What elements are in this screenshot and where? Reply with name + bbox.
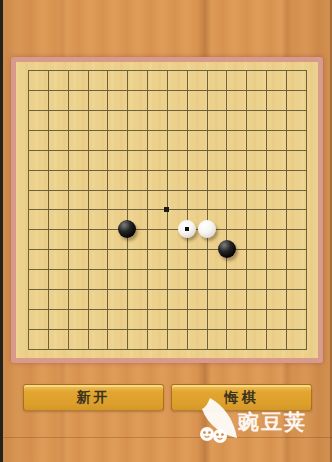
board-cell[interactable] xyxy=(167,150,187,170)
board-cell[interactable] xyxy=(266,110,286,130)
board-cell[interactable] xyxy=(28,309,48,329)
board-cell[interactable] xyxy=(246,190,266,210)
board-cell[interactable] xyxy=(167,269,187,289)
board-cell[interactable] xyxy=(187,329,207,349)
star-point xyxy=(164,207,169,212)
board-cell[interactable] xyxy=(246,309,266,329)
board-cell[interactable] xyxy=(226,269,246,289)
board-cell[interactable] xyxy=(286,130,306,150)
board-cell[interactable] xyxy=(48,289,68,309)
board-cell[interactable] xyxy=(88,269,108,289)
game-board[interactable] xyxy=(11,57,323,363)
black-stone xyxy=(218,240,236,258)
board-cell[interactable] xyxy=(246,130,266,150)
board-cell[interactable] xyxy=(226,70,246,90)
board-cell[interactable] xyxy=(167,329,187,349)
board-cell[interactable] xyxy=(48,110,68,130)
board-cell[interactable] xyxy=(167,190,187,210)
board-cell[interactable] xyxy=(226,309,246,329)
board-cell[interactable] xyxy=(28,209,48,229)
board-cell[interactable] xyxy=(207,309,227,329)
board-cell[interactable] xyxy=(88,229,108,249)
board-cell[interactable] xyxy=(187,309,207,329)
board-cell[interactable] xyxy=(226,329,246,349)
board-cell[interactable] xyxy=(147,170,167,190)
board-cell[interactable] xyxy=(266,249,286,269)
board-cell[interactable] xyxy=(207,269,227,289)
board-cell[interactable] xyxy=(107,90,127,110)
board-cell[interactable] xyxy=(167,309,187,329)
board-cell[interactable] xyxy=(167,249,187,269)
board-cell[interactable] xyxy=(286,309,306,329)
board-cell[interactable] xyxy=(88,329,108,349)
board-cell[interactable] xyxy=(107,170,127,190)
board-cell[interactable] xyxy=(167,170,187,190)
board-cell[interactable] xyxy=(68,329,88,349)
board-cell[interactable] xyxy=(48,329,68,349)
board-cell[interactable] xyxy=(28,229,48,249)
board-cell[interactable] xyxy=(147,130,167,150)
board-cell[interactable] xyxy=(266,229,286,249)
board-cell[interactable] xyxy=(88,309,108,329)
board-cell[interactable] xyxy=(187,150,207,170)
board-cell[interactable] xyxy=(266,170,286,190)
board-cell[interactable] xyxy=(48,209,68,229)
board-cell[interactable] xyxy=(167,130,187,150)
board-cell[interactable] xyxy=(286,150,306,170)
board-cell[interactable] xyxy=(167,90,187,110)
board-cell[interactable] xyxy=(167,70,187,90)
board-cell[interactable] xyxy=(127,190,147,210)
board-cell[interactable] xyxy=(48,90,68,110)
board-cell[interactable] xyxy=(68,309,88,329)
board-cell[interactable] xyxy=(107,150,127,170)
board-cell[interactable] xyxy=(207,289,227,309)
board-cell[interactable] xyxy=(147,289,167,309)
board-cell[interactable] xyxy=(207,110,227,130)
board-cell[interactable] xyxy=(226,289,246,309)
board-cell[interactable] xyxy=(28,170,48,190)
board-cell[interactable] xyxy=(226,110,246,130)
board-cell[interactable] xyxy=(147,269,167,289)
board-cell[interactable] xyxy=(107,70,127,90)
board-cell[interactable] xyxy=(88,90,108,110)
board-cell[interactable] xyxy=(68,269,88,289)
board-cell[interactable] xyxy=(226,130,246,150)
board-cell[interactable] xyxy=(107,269,127,289)
board-cell[interactable] xyxy=(28,329,48,349)
board-cell[interactable] xyxy=(68,150,88,170)
board-cell[interactable] xyxy=(286,209,306,229)
board-cell[interactable] xyxy=(88,190,108,210)
board-cell[interactable] xyxy=(226,209,246,229)
board-cell[interactable] xyxy=(266,209,286,229)
board-cell[interactable] xyxy=(246,209,266,229)
board-cell[interactable] xyxy=(88,289,108,309)
board-cell[interactable] xyxy=(207,190,227,210)
board-cell[interactable] xyxy=(187,269,207,289)
board-cell[interactable] xyxy=(286,249,306,269)
board-cell[interactable] xyxy=(88,130,108,150)
board-cell[interactable] xyxy=(286,269,306,289)
board-cell[interactable] xyxy=(266,70,286,90)
board-cell[interactable] xyxy=(207,90,227,110)
board-cell[interactable] xyxy=(266,190,286,210)
board-cell[interactable] xyxy=(226,170,246,190)
board-cell[interactable] xyxy=(127,170,147,190)
new-game-button[interactable]: 新开 xyxy=(23,384,164,411)
board-cell[interactable] xyxy=(127,70,147,90)
board-cell[interactable] xyxy=(286,329,306,349)
board-cell[interactable] xyxy=(28,70,48,90)
board-cell[interactable] xyxy=(286,170,306,190)
board-cell[interactable] xyxy=(266,269,286,289)
board-cell[interactable] xyxy=(187,289,207,309)
board-cell[interactable] xyxy=(88,110,108,130)
board-cell[interactable] xyxy=(246,170,266,190)
board-cell[interactable] xyxy=(48,269,68,289)
board-cell[interactable] xyxy=(127,90,147,110)
screen-left-edge xyxy=(0,0,3,462)
board-cell[interactable] xyxy=(88,249,108,269)
board-cell[interactable] xyxy=(68,170,88,190)
last-move-marker xyxy=(185,227,189,231)
board-cell[interactable] xyxy=(68,229,88,249)
board-cell[interactable] xyxy=(246,229,266,249)
board-cell[interactable] xyxy=(207,70,227,90)
board-cell[interactable] xyxy=(207,150,227,170)
board-cell[interactable] xyxy=(147,309,167,329)
board-cell[interactable] xyxy=(68,289,88,309)
board-cell[interactable] xyxy=(207,130,227,150)
board-cell[interactable] xyxy=(147,70,167,90)
board-cell[interactable] xyxy=(187,110,207,130)
board-cell[interactable] xyxy=(88,150,108,170)
board-cell[interactable] xyxy=(187,70,207,90)
board-cell[interactable] xyxy=(266,130,286,150)
board-cell[interactable] xyxy=(127,269,147,289)
board-cell[interactable] xyxy=(107,130,127,150)
board-cell[interactable] xyxy=(266,90,286,110)
board-cell[interactable] xyxy=(48,170,68,190)
board-cell[interactable] xyxy=(28,269,48,289)
board-cell[interactable] xyxy=(266,150,286,170)
board-cell[interactable] xyxy=(48,150,68,170)
board-cell[interactable] xyxy=(68,249,88,269)
board-cell[interactable] xyxy=(226,190,246,210)
board-cell[interactable] xyxy=(147,150,167,170)
board-cell[interactable] xyxy=(187,170,207,190)
board-cell[interactable] xyxy=(48,229,68,249)
board-cell[interactable] xyxy=(127,329,147,349)
undo-move-button-label: 悔棋 xyxy=(225,389,259,407)
board-cell[interactable] xyxy=(127,309,147,329)
board-cell[interactable] xyxy=(28,90,48,110)
board-cell[interactable] xyxy=(48,190,68,210)
board-cell[interactable] xyxy=(286,110,306,130)
board-cell[interactable] xyxy=(226,90,246,110)
board-cell[interactable] xyxy=(147,229,167,249)
board-cell[interactable] xyxy=(28,150,48,170)
wood-seam-line xyxy=(0,437,332,438)
board-cell[interactable] xyxy=(246,329,266,349)
board-cell[interactable] xyxy=(246,90,266,110)
board-cell[interactable] xyxy=(68,190,88,210)
undo-move-button[interactable]: 悔棋 xyxy=(171,384,312,411)
board-cell[interactable] xyxy=(187,130,207,150)
board-cell[interactable] xyxy=(68,70,88,90)
board-cell[interactable] xyxy=(28,249,48,269)
board-cell[interactable] xyxy=(246,110,266,130)
board-cell[interactable] xyxy=(107,110,127,130)
board-cell[interactable] xyxy=(286,190,306,210)
board-cell[interactable] xyxy=(167,289,187,309)
board-cell[interactable] xyxy=(187,190,207,210)
board-cell[interactable] xyxy=(147,209,167,229)
board-cell[interactable] xyxy=(107,289,127,309)
board-cell[interactable] xyxy=(266,289,286,309)
board-cell[interactable] xyxy=(207,329,227,349)
board-cell[interactable] xyxy=(207,170,227,190)
board-cell[interactable] xyxy=(127,150,147,170)
board-cell[interactable] xyxy=(147,249,167,269)
board-cell[interactable] xyxy=(48,70,68,90)
board-cell[interactable] xyxy=(266,329,286,349)
board-cell[interactable] xyxy=(286,90,306,110)
board-cell[interactable] xyxy=(107,190,127,210)
board-cell[interactable] xyxy=(107,249,127,269)
board-cell[interactable] xyxy=(286,289,306,309)
board-cell[interactable] xyxy=(107,329,127,349)
new-game-button-label: 新开 xyxy=(77,389,111,407)
board-cell[interactable] xyxy=(246,269,266,289)
board-cell[interactable] xyxy=(28,110,48,130)
board-cell[interactable] xyxy=(286,70,306,90)
board-cell[interactable] xyxy=(127,289,147,309)
board-cell[interactable] xyxy=(167,110,187,130)
board-cell[interactable] xyxy=(246,150,266,170)
board-cell[interactable] xyxy=(88,170,108,190)
board-cell[interactable] xyxy=(127,249,147,269)
board-cell[interactable] xyxy=(28,130,48,150)
board-cell[interactable] xyxy=(147,110,167,130)
board-cell[interactable] xyxy=(88,209,108,229)
board-cell[interactable] xyxy=(88,70,108,90)
board-cell[interactable] xyxy=(68,130,88,150)
board-cell[interactable] xyxy=(286,229,306,249)
gomoku-app-screen: 新开 悔棋 豌豆荚 xyxy=(0,0,332,462)
board-cell[interactable] xyxy=(266,309,286,329)
board-cell[interactable] xyxy=(68,110,88,130)
board-cell[interactable] xyxy=(68,90,88,110)
board-cell[interactable] xyxy=(147,329,167,349)
board-cell[interactable] xyxy=(246,289,266,309)
board-cell[interactable] xyxy=(246,70,266,90)
board-cell[interactable] xyxy=(226,150,246,170)
board-cell[interactable] xyxy=(187,90,207,110)
board-cell[interactable] xyxy=(187,249,207,269)
board-cell[interactable] xyxy=(68,209,88,229)
board-cell[interactable] xyxy=(147,90,167,110)
board-cell[interactable] xyxy=(107,309,127,329)
board-cell[interactable] xyxy=(48,249,68,269)
board-cell[interactable] xyxy=(28,190,48,210)
board-cell[interactable] xyxy=(28,289,48,309)
board-cell[interactable] xyxy=(246,249,266,269)
board-cell[interactable] xyxy=(127,130,147,150)
wandoujia-watermark-text: 豌豆荚 xyxy=(238,408,307,436)
board-cell[interactable] xyxy=(48,309,68,329)
board-cell[interactable] xyxy=(48,130,68,150)
board-cell[interactable] xyxy=(127,110,147,130)
